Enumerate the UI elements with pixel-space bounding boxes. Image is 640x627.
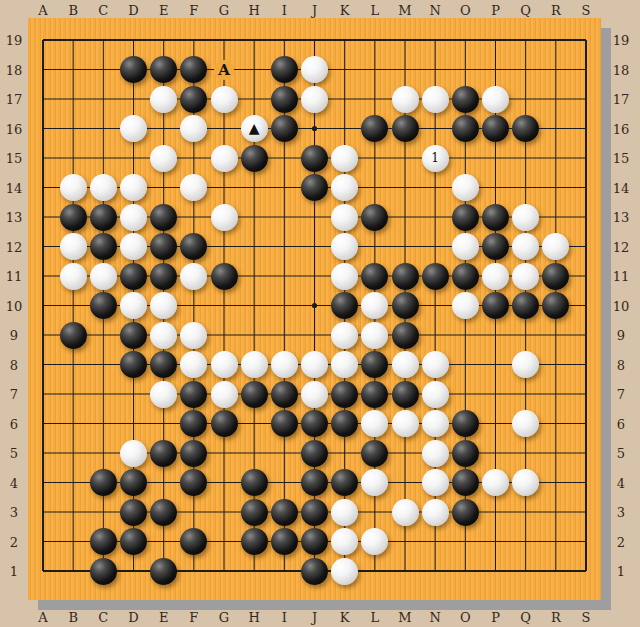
stone-white-N7 — [422, 381, 449, 408]
stone-black-M10 — [392, 292, 419, 319]
stone-white-B11 — [60, 263, 87, 290]
stone-white-C11 — [90, 263, 117, 290]
stone-black-D9 — [120, 322, 147, 349]
stone-black-H2 — [241, 528, 268, 555]
stone-white-M3 — [392, 499, 419, 526]
stone-white-M6 — [392, 410, 419, 437]
row-label-right-10: 10 — [613, 298, 630, 313]
col-label-bottom-E: E — [159, 610, 169, 625]
stone-white-D12 — [120, 233, 147, 260]
stone-white-Q6 — [512, 410, 539, 437]
stone-white-B12 — [60, 233, 87, 260]
row-label-left-2: 2 — [10, 534, 18, 549]
row-label-right-12: 12 — [613, 239, 630, 254]
stone-black-E5 — [150, 440, 177, 467]
stone-white-N5 — [422, 440, 449, 467]
row-label-right-13: 13 — [613, 210, 630, 225]
stone-black-H7 — [241, 381, 268, 408]
stone-white-K8 — [331, 351, 358, 378]
row-label-left-19: 19 — [6, 33, 23, 48]
row-label-right-17: 17 — [613, 92, 630, 107]
stone-white-K9 — [331, 322, 358, 349]
row-label-right-11: 11 — [613, 269, 630, 284]
stone-black-D4 — [120, 469, 147, 496]
go-diagram: ABCDEFGHIJKLMNOPQRS ABCDEFGHIJKLMNOPQRS … — [0, 0, 640, 627]
stone-black-J6 — [301, 410, 328, 437]
col-label-top-N: N — [429, 3, 440, 18]
stone-black-D3 — [120, 499, 147, 526]
stone-white-O10 — [452, 292, 479, 319]
stone-black-J15 — [301, 145, 328, 172]
col-label-bottom-D: D — [128, 610, 138, 625]
row-label-right-3: 3 — [617, 505, 625, 520]
row-label-left-4: 4 — [10, 475, 18, 490]
col-label-top-B: B — [68, 3, 78, 18]
col-label-bottom-F: F — [189, 610, 198, 625]
stone-white-D10 — [120, 292, 147, 319]
stone-white-H8 — [241, 351, 268, 378]
stone-white-N17 — [422, 86, 449, 113]
col-label-bottom-B: B — [68, 610, 78, 625]
stone-black-C2 — [90, 528, 117, 555]
stone-black-H15 — [241, 145, 268, 172]
stone-white-N4 — [422, 469, 449, 496]
stone-black-Q16 — [512, 115, 539, 142]
stone-white-G15 — [211, 145, 238, 172]
stone-black-O13 — [452, 204, 479, 231]
stone-black-C4 — [90, 469, 117, 496]
stone-black-J14 — [301, 174, 328, 201]
row-label-left-9: 9 — [10, 328, 18, 343]
stone-white-N15: 1 — [422, 145, 449, 172]
row-label-left-8: 8 — [10, 357, 18, 372]
row-label-left-12: 12 — [6, 239, 23, 254]
stone-white-Q11 — [512, 263, 539, 290]
stone-white-K13 — [331, 204, 358, 231]
stone-white-J18 — [301, 56, 328, 83]
col-label-bottom-C: C — [98, 610, 108, 625]
stone-black-I2 — [271, 528, 298, 555]
row-label-left-17: 17 — [6, 92, 23, 107]
stone-white-Q4 — [512, 469, 539, 496]
stone-white-H16: ▲ — [241, 115, 268, 142]
stone-white-D13 — [120, 204, 147, 231]
stone-black-I17 — [271, 86, 298, 113]
stone-white-I8 — [271, 351, 298, 378]
stone-white-P4 — [482, 469, 509, 496]
stone-black-P10 — [482, 292, 509, 319]
stone-black-M9 — [392, 322, 419, 349]
row-label-left-16: 16 — [6, 121, 23, 136]
stone-white-M8 — [392, 351, 419, 378]
stone-white-G8 — [211, 351, 238, 378]
stone-black-P16 — [482, 115, 509, 142]
col-label-top-D: D — [128, 3, 138, 18]
col-label-top-L: L — [371, 3, 380, 18]
col-label-bottom-R: R — [551, 610, 561, 625]
stone-white-E7 — [150, 381, 177, 408]
col-label-top-P: P — [491, 3, 500, 18]
point-letter-label-G18: A — [214, 60, 234, 80]
stone-black-C13 — [90, 204, 117, 231]
stone-black-E1 — [150, 558, 177, 585]
col-label-bottom-S: S — [582, 610, 591, 625]
stone-white-P11 — [482, 263, 509, 290]
stone-white-J17 — [301, 86, 328, 113]
stone-black-D8 — [120, 351, 147, 378]
stone-black-C12 — [90, 233, 117, 260]
stone-black-C1 — [90, 558, 117, 585]
stone-black-E13 — [150, 204, 177, 231]
stone-black-G11 — [211, 263, 238, 290]
stone-black-B13 — [60, 204, 87, 231]
stone-black-P13 — [482, 204, 509, 231]
stone-black-K10 — [331, 292, 358, 319]
stone-white-O14 — [452, 174, 479, 201]
stone-white-D5 — [120, 440, 147, 467]
stone-black-P12 — [482, 233, 509, 260]
row-label-right-1: 1 — [617, 564, 625, 579]
stone-white-K11 — [331, 263, 358, 290]
stone-black-M11 — [392, 263, 419, 290]
stone-black-F5 — [180, 440, 207, 467]
stone-black-C10 — [90, 292, 117, 319]
col-label-bottom-J: J — [312, 610, 317, 625]
row-label-right-19: 19 — [613, 33, 630, 48]
stone-black-J4 — [301, 469, 328, 496]
stone-black-O17 — [452, 86, 479, 113]
stone-black-D2 — [120, 528, 147, 555]
row-label-right-15: 15 — [613, 151, 630, 166]
row-label-left-6: 6 — [10, 416, 18, 431]
stone-black-G6 — [211, 410, 238, 437]
stone-white-E15 — [150, 145, 177, 172]
row-label-right-6: 6 — [617, 416, 625, 431]
row-label-right-9: 9 — [617, 328, 625, 343]
stone-black-E3 — [150, 499, 177, 526]
stone-white-K12 — [331, 233, 358, 260]
stone-white-F9 — [180, 322, 207, 349]
col-label-top-E: E — [159, 3, 169, 18]
stone-white-K14 — [331, 174, 358, 201]
stone-black-R11 — [542, 263, 569, 290]
stone-black-F17 — [180, 86, 207, 113]
stone-white-P17 — [482, 86, 509, 113]
col-label-top-A: A — [38, 3, 47, 18]
stone-black-I7 — [271, 381, 298, 408]
stone-black-L13 — [361, 204, 388, 231]
col-label-top-J: J — [312, 3, 317, 18]
row-label-left-1: 1 — [10, 564, 18, 579]
row-label-left-3: 3 — [10, 505, 18, 520]
stone-black-E12 — [150, 233, 177, 260]
stone-black-E11 — [150, 263, 177, 290]
row-label-left-18: 18 — [6, 62, 23, 77]
stone-black-J2 — [301, 528, 328, 555]
stone-black-I6 — [271, 410, 298, 437]
triangle-marker-H16: ▲ — [249, 121, 260, 135]
row-label-left-13: 13 — [6, 210, 23, 225]
row-label-left-5: 5 — [10, 446, 18, 461]
col-label-top-G: G — [219, 3, 229, 18]
row-label-left-15: 15 — [6, 151, 23, 166]
stone-black-O11 — [452, 263, 479, 290]
stone-black-F7 — [180, 381, 207, 408]
stone-black-M7 — [392, 381, 419, 408]
stone-white-D14 — [120, 174, 147, 201]
stone-white-K1 — [331, 558, 358, 585]
stone-black-O4 — [452, 469, 479, 496]
col-label-bottom-A: A — [38, 610, 47, 625]
row-label-right-4: 4 — [617, 475, 625, 490]
row-label-right-7: 7 — [617, 387, 625, 402]
stone-white-K15 — [331, 145, 358, 172]
stone-white-E17 — [150, 86, 177, 113]
col-label-bottom-G: G — [219, 610, 229, 625]
stone-white-K2 — [331, 528, 358, 555]
col-label-bottom-K: K — [340, 610, 350, 625]
stone-black-J3 — [301, 499, 328, 526]
stone-black-I16 — [271, 115, 298, 142]
stone-white-K3 — [331, 499, 358, 526]
stone-white-Q13 — [512, 204, 539, 231]
col-label-top-Q: Q — [520, 3, 531, 18]
stone-black-J1 — [301, 558, 328, 585]
col-label-top-R: R — [551, 3, 561, 18]
row-label-right-18: 18 — [613, 62, 630, 77]
stone-black-O5 — [452, 440, 479, 467]
stone-black-B9 — [60, 322, 87, 349]
row-label-right-14: 14 — [613, 180, 630, 195]
stone-black-L7 — [361, 381, 388, 408]
stone-white-Q12 — [512, 233, 539, 260]
row-label-left-7: 7 — [10, 387, 18, 402]
stone-black-L5 — [361, 440, 388, 467]
stone-black-O6 — [452, 410, 479, 437]
stone-black-E8 — [150, 351, 177, 378]
stone-white-N6 — [422, 410, 449, 437]
col-label-bottom-H: H — [248, 610, 259, 625]
stone-white-G17 — [211, 86, 238, 113]
stone-white-E10 — [150, 292, 177, 319]
col-label-bottom-Q: Q — [520, 610, 531, 625]
stone-white-E9 — [150, 322, 177, 349]
stone-black-K4 — [331, 469, 358, 496]
row-label-left-14: 14 — [6, 180, 23, 195]
col-label-top-M: M — [398, 3, 411, 18]
row-label-right-5: 5 — [617, 446, 625, 461]
row-label-left-11: 11 — [6, 269, 23, 284]
stone-black-D11 — [120, 263, 147, 290]
row-label-left-10: 10 — [6, 298, 23, 313]
stone-white-G7 — [211, 381, 238, 408]
col-label-bottom-M: M — [398, 610, 411, 625]
row-label-right-8: 8 — [617, 357, 625, 372]
stone-white-F11 — [180, 263, 207, 290]
row-label-right-16: 16 — [613, 121, 630, 136]
col-label-bottom-N: N — [429, 610, 440, 625]
stone-white-B14 — [60, 174, 87, 201]
stone-black-H4 — [241, 469, 268, 496]
stone-white-C14 — [90, 174, 117, 201]
row-label-right-2: 2 — [617, 534, 625, 549]
stone-black-K6 — [331, 410, 358, 437]
stone-black-J5 — [301, 440, 328, 467]
stone-black-H3 — [241, 499, 268, 526]
stone-black-L11 — [361, 263, 388, 290]
stone-white-N8 — [422, 351, 449, 378]
stone-black-K7 — [331, 381, 358, 408]
go-board[interactable]: ▲1A — [28, 18, 601, 600]
stone-white-O12 — [452, 233, 479, 260]
col-label-top-S: S — [582, 3, 591, 18]
stone-white-D16 — [120, 115, 147, 142]
col-label-top-I: I — [282, 3, 287, 18]
stone-black-O3 — [452, 499, 479, 526]
stone-black-E18 — [150, 56, 177, 83]
move-number-label-N15: 1 — [431, 152, 439, 164]
col-label-top-H: H — [248, 3, 259, 18]
col-label-top-O: O — [460, 3, 471, 18]
col-label-bottom-P: P — [491, 610, 500, 625]
stone-white-G13 — [211, 204, 238, 231]
stone-white-L9 — [361, 322, 388, 349]
stone-black-D18 — [120, 56, 147, 83]
stone-black-I3 — [271, 499, 298, 526]
stone-black-I18 — [271, 56, 298, 83]
col-label-bottom-O: O — [460, 610, 471, 625]
stone-black-Q10 — [512, 292, 539, 319]
stone-white-J8 — [301, 351, 328, 378]
col-label-top-K: K — [340, 3, 350, 18]
col-label-top-C: C — [98, 3, 108, 18]
col-label-bottom-I: I — [282, 610, 287, 625]
stone-black-M16 — [392, 115, 419, 142]
stone-white-N3 — [422, 499, 449, 526]
stone-black-N11 — [422, 263, 449, 290]
stone-white-M17 — [392, 86, 419, 113]
col-label-top-F: F — [189, 3, 198, 18]
col-label-bottom-L: L — [371, 610, 380, 625]
stone-black-O16 — [452, 115, 479, 142]
stone-white-Q8 — [512, 351, 539, 378]
stone-white-J7 — [301, 381, 328, 408]
